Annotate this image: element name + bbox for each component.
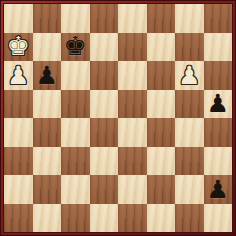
square-h3[interactable] <box>204 147 233 176</box>
piece-black-pawn-h5[interactable]: ♟ <box>207 91 229 116</box>
square-f2[interactable] <box>147 175 176 204</box>
square-d1[interactable] <box>90 204 119 233</box>
square-f6[interactable] <box>147 61 176 90</box>
square-c1[interactable] <box>61 204 90 233</box>
square-d8[interactable] <box>90 4 119 33</box>
square-b8[interactable] <box>33 4 62 33</box>
square-b3[interactable] <box>33 147 62 176</box>
square-c3[interactable] <box>61 147 90 176</box>
square-a2[interactable] <box>4 175 33 204</box>
square-c7[interactable]: ♚ <box>61 33 90 62</box>
square-e6[interactable] <box>118 61 147 90</box>
square-b4[interactable] <box>33 118 62 147</box>
square-e7[interactable] <box>118 33 147 62</box>
square-f4[interactable] <box>147 118 176 147</box>
square-d3[interactable] <box>90 147 119 176</box>
piece-black-king-c7[interactable]: ♚ <box>64 33 87 59</box>
square-g8[interactable] <box>175 4 204 33</box>
piece-white-pawn-a6[interactable]: ♟ <box>7 63 29 88</box>
square-a7[interactable]: ♚ <box>4 33 33 62</box>
square-c6[interactable] <box>61 61 90 90</box>
square-b2[interactable] <box>33 175 62 204</box>
square-e4[interactable] <box>118 118 147 147</box>
square-e2[interactable] <box>118 175 147 204</box>
chess-board: ♚♚♟♟♟♟♟ <box>4 4 232 232</box>
square-c8[interactable] <box>61 4 90 33</box>
square-e1[interactable] <box>118 204 147 233</box>
square-d4[interactable] <box>90 118 119 147</box>
square-d5[interactable] <box>90 90 119 119</box>
square-d2[interactable] <box>90 175 119 204</box>
square-f1[interactable] <box>147 204 176 233</box>
piece-black-pawn-h2[interactable]: ♟ <box>207 177 229 202</box>
square-h4[interactable] <box>204 118 233 147</box>
square-a3[interactable] <box>4 147 33 176</box>
square-b7[interactable] <box>33 33 62 62</box>
square-g2[interactable] <box>175 175 204 204</box>
square-a6[interactable]: ♟ <box>4 61 33 90</box>
square-g3[interactable] <box>175 147 204 176</box>
square-b5[interactable] <box>33 90 62 119</box>
square-d7[interactable] <box>90 33 119 62</box>
square-h7[interactable] <box>204 33 233 62</box>
square-a5[interactable] <box>4 90 33 119</box>
square-g1[interactable] <box>175 204 204 233</box>
square-a8[interactable] <box>4 4 33 33</box>
piece-black-pawn-b6[interactable]: ♟ <box>36 63 58 88</box>
square-c2[interactable] <box>61 175 90 204</box>
square-g6[interactable]: ♟ <box>175 61 204 90</box>
square-a4[interactable] <box>4 118 33 147</box>
square-e3[interactable] <box>118 147 147 176</box>
square-f5[interactable] <box>147 90 176 119</box>
square-f7[interactable] <box>147 33 176 62</box>
square-g7[interactable] <box>175 33 204 62</box>
square-h6[interactable] <box>204 61 233 90</box>
square-d6[interactable] <box>90 61 119 90</box>
square-h2[interactable]: ♟ <box>204 175 233 204</box>
piece-white-pawn-g6[interactable]: ♟ <box>178 63 200 88</box>
square-b1[interactable] <box>33 204 62 233</box>
square-h5[interactable]: ♟ <box>204 90 233 119</box>
square-h1[interactable] <box>204 204 233 233</box>
square-f3[interactable] <box>147 147 176 176</box>
square-b6[interactable]: ♟ <box>33 61 62 90</box>
square-h8[interactable] <box>204 4 233 33</box>
square-g4[interactable] <box>175 118 204 147</box>
piece-white-king-a7[interactable]: ♚ <box>7 33 30 59</box>
square-e5[interactable] <box>118 90 147 119</box>
square-c4[interactable] <box>61 118 90 147</box>
square-a1[interactable] <box>4 204 33 233</box>
square-c5[interactable] <box>61 90 90 119</box>
square-f8[interactable] <box>147 4 176 33</box>
square-g5[interactable] <box>175 90 204 119</box>
chess-board-frame: ♚♚♟♟♟♟♟ <box>0 0 236 236</box>
square-e8[interactable] <box>118 4 147 33</box>
